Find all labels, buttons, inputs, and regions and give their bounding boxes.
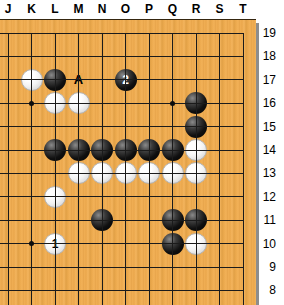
col-label-T: T [234,0,252,18]
grid-line-v-L [55,33,56,305]
col-label-O: O [117,0,135,18]
grid-line-h-9 [0,267,244,268]
star-point-Q16 [170,101,175,106]
grid-line-v-N [102,33,103,305]
col-label-P: P [140,0,158,18]
row-label-8: 8 [257,281,276,299]
row-label-12: 12 [257,188,276,206]
grid-line-h-14 [0,150,244,151]
grid-line-v-R [196,33,197,305]
grid-line-h-17 [0,79,244,80]
grid-line-v-P [149,33,150,305]
grid-line-v-S [219,33,220,305]
board-shadow [256,23,259,305]
grid-line-h-13 [0,173,244,174]
grid-line-h-10 [0,243,244,244]
row-label-18: 18 [257,47,276,65]
row-label-15: 15 [257,118,276,136]
row-label-16: 16 [257,94,276,112]
go-diagram: JKLMNOPQRST 1918171615141312111098 A21 [0,0,284,305]
grid-line-h-19 [0,33,244,34]
grid-line-h-16 [0,103,244,104]
grid-line-h-18 [0,56,244,57]
row-label-14: 14 [257,141,276,159]
grid-line-v-K [31,33,32,305]
grid-line-h-8 [0,290,244,291]
grid-line-v-T [243,33,244,305]
grid-line-h-12 [0,196,244,197]
col-label-Q: Q [164,0,182,18]
grid-line-v-O [125,33,126,305]
grid-line-h-15 [0,126,244,127]
grid-line-v-J [8,33,9,305]
col-label-J: J [0,0,17,18]
row-label-11: 11 [257,211,276,229]
col-label-M: M [70,0,88,18]
col-label-K: K [23,0,41,18]
row-label-13: 13 [257,164,276,182]
grid-line-h-11 [0,220,244,221]
col-label-L: L [46,0,64,18]
grid-line-v-M [78,33,79,305]
col-label-R: R [187,0,205,18]
col-label-S: S [211,0,229,18]
row-label-17: 17 [257,71,276,89]
row-label-19: 19 [257,24,276,42]
row-label-9: 9 [257,258,276,276]
grid-line-v-Q [172,33,173,305]
row-label-10: 10 [257,235,276,253]
col-label-N: N [93,0,111,18]
star-point-K16 [29,101,34,106]
